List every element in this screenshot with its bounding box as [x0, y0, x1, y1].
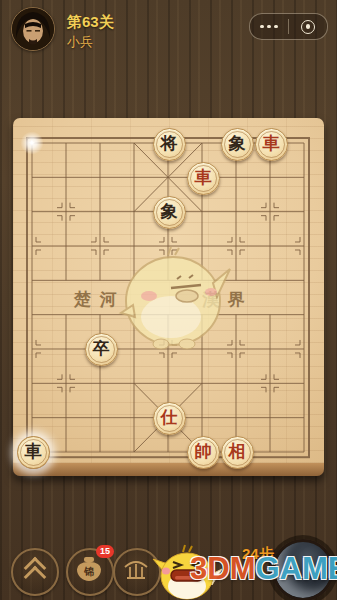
miniprogram-capsule — [249, 13, 328, 40]
piece-車-red[interactable]: 車 — [255, 128, 288, 161]
game-screen: 第63关 小兵 楚 河 漢 界 — [0, 0, 337, 600]
avatar-face-icon — [12, 8, 54, 50]
pavilion-icon — [123, 559, 149, 581]
piece-仕-red[interactable]: 仕 — [153, 402, 186, 435]
piece-車-red[interactable]: 車 — [187, 162, 220, 195]
river-text-left: 楚 河 — [74, 288, 117, 308]
piece-卒-black[interactable]: 卒 — [85, 333, 118, 366]
more-menu-icon[interactable] — [250, 25, 288, 29]
level-subtitle: 小兵 — [67, 33, 93, 51]
sparkle-effect: ✦ — [20, 131, 44, 155]
piece-帥-red[interactable]: 帥 — [187, 436, 220, 469]
xiangqi-board: 楚 河 漢 界 ✦ 将象車車象卒仕車帥相 — [13, 118, 324, 476]
3dmgame-watermark: 3DMGAME — [190, 551, 337, 587]
piece-将-black[interactable]: 将 — [153, 128, 186, 161]
piece-象-black[interactable]: 象 — [221, 128, 254, 161]
player-avatar[interactable] — [11, 7, 55, 51]
money-bag-icon: 锦 — [77, 562, 101, 581]
hint-count-badge: 15 — [96, 545, 114, 558]
chick-mascot-watermark — [113, 243, 233, 353]
close-home-icon[interactable] — [289, 20, 327, 34]
board-edge — [13, 463, 324, 476]
level-title: 第63关 — [67, 13, 114, 32]
piece-車-black[interactable]: 車 — [17, 436, 50, 469]
piece-相-red[interactable]: 相 — [221, 436, 254, 469]
piece-象-black[interactable]: 象 — [153, 196, 186, 229]
expand-button[interactable] — [11, 548, 59, 596]
top-bar: 第63关 小兵 — [0, 0, 337, 56]
